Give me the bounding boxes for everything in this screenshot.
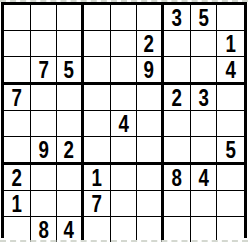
- given-digit: 7: [38, 57, 48, 82]
- given-digit: 1: [92, 165, 102, 190]
- sudoku-board: 35217594723492521841784: [1, 2, 247, 238]
- cell-r6c1[interactable]: [4, 137, 31, 165]
- given-digit: 4: [225, 57, 235, 82]
- cell-r7c9[interactable]: [217, 165, 244, 191]
- cell-r3c6[interactable]: 9: [137, 57, 164, 85]
- given-digit: 5: [64, 57, 74, 82]
- cell-r4c8[interactable]: 3: [191, 85, 218, 111]
- cell-r4c7[interactable]: 2: [164, 85, 191, 111]
- given-digit: 5: [225, 137, 235, 162]
- given-digit: 3: [198, 85, 208, 110]
- cell-r9c1[interactable]: [4, 217, 31, 242]
- cell-r8c9[interactable]: [217, 191, 244, 217]
- given-digit: 2: [144, 31, 154, 56]
- given-digit: 5: [198, 5, 208, 30]
- cell-r5c8[interactable]: [191, 111, 218, 137]
- cell-r7c5[interactable]: [111, 165, 138, 191]
- given-digit: 1: [225, 31, 235, 56]
- cell-r1c1[interactable]: [4, 5, 31, 31]
- cell-r8c5[interactable]: [111, 191, 138, 217]
- given-digit: 3: [172, 5, 182, 30]
- cell-r9c7[interactable]: [164, 217, 191, 242]
- cell-r5c2[interactable]: [31, 111, 58, 137]
- given-digit: 4: [118, 111, 128, 136]
- cell-r9c2[interactable]: 8: [31, 217, 58, 242]
- cell-r1c9[interactable]: [217, 5, 244, 31]
- cell-r1c2[interactable]: [31, 5, 58, 31]
- cell-r8c8[interactable]: [191, 191, 218, 217]
- cell-r9c4[interactable]: [84, 217, 111, 242]
- cell-r7c4[interactable]: 1: [84, 165, 111, 191]
- cell-r3c5[interactable]: [111, 57, 138, 85]
- cell-r8c2[interactable]: [31, 191, 58, 217]
- cell-r7c3[interactable]: [57, 165, 84, 191]
- cell-r6c8[interactable]: [191, 137, 218, 165]
- cell-r9c3[interactable]: 4: [57, 217, 84, 242]
- cell-r7c1[interactable]: 2: [4, 165, 31, 191]
- cell-r3c2[interactable]: 7: [31, 57, 58, 85]
- sudoku-screenshot: 35217594723492521841784: [0, 0, 248, 242]
- cell-r2c5[interactable]: [111, 31, 138, 57]
- cell-r2c9[interactable]: 1: [217, 31, 244, 57]
- cell-r4c4[interactable]: [84, 85, 111, 111]
- given-digit: 8: [38, 217, 48, 242]
- given-digit: 4: [64, 217, 74, 242]
- cell-r8c6[interactable]: [137, 191, 164, 217]
- cell-r4c5[interactable]: [111, 85, 138, 111]
- cell-r5c3[interactable]: [57, 111, 84, 137]
- given-digit: 2: [64, 137, 74, 162]
- cell-r4c6[interactable]: [137, 85, 164, 111]
- cell-r8c4[interactable]: 7: [84, 191, 111, 217]
- cell-r1c8[interactable]: 5: [191, 5, 218, 31]
- given-digit: 9: [144, 57, 154, 82]
- cell-r1c7[interactable]: 3: [164, 5, 191, 31]
- cell-r6c6[interactable]: [137, 137, 164, 165]
- cell-r3c8[interactable]: [191, 57, 218, 85]
- cell-r7c7[interactable]: 8: [164, 165, 191, 191]
- cell-r4c9[interactable]: [217, 85, 244, 111]
- cell-r5c1[interactable]: [4, 111, 31, 137]
- cell-r4c2[interactable]: [31, 85, 58, 111]
- cell-r5c7[interactable]: [164, 111, 191, 137]
- cell-r5c4[interactable]: [84, 111, 111, 137]
- cell-r7c8[interactable]: 4: [191, 165, 218, 191]
- cell-r6c3[interactable]: 2: [57, 137, 84, 165]
- cell-r2c2[interactable]: [31, 31, 58, 57]
- cell-r4c3[interactable]: [57, 85, 84, 111]
- cell-r3c7[interactable]: [164, 57, 191, 85]
- cell-r8c7[interactable]: [164, 191, 191, 217]
- cell-r2c6[interactable]: 2: [137, 31, 164, 57]
- given-digit: 9: [38, 137, 48, 162]
- given-digit: 7: [12, 85, 22, 110]
- given-digit: 8: [172, 165, 182, 190]
- given-digit: 2: [12, 165, 22, 190]
- cell-r2c1[interactable]: [4, 31, 31, 57]
- given-digit: 7: [92, 191, 102, 216]
- cell-r9c8[interactable]: [191, 217, 218, 242]
- cell-r9c6[interactable]: [137, 217, 164, 242]
- cell-r6c5[interactable]: [111, 137, 138, 165]
- cell-r4c1[interactable]: 7: [4, 85, 31, 111]
- cell-r1c3[interactable]: [57, 5, 84, 31]
- cell-r8c3[interactable]: [57, 191, 84, 217]
- cell-r6c7[interactable]: [164, 137, 191, 165]
- cell-r3c9[interactable]: 4: [217, 57, 244, 85]
- cell-r3c1[interactable]: [4, 57, 31, 85]
- cell-r1c6[interactable]: [137, 5, 164, 31]
- cell-r6c4[interactable]: [84, 137, 111, 165]
- cell-r6c9[interactable]: 5: [217, 137, 244, 165]
- cell-r9c9[interactable]: [217, 217, 244, 242]
- cell-r2c8[interactable]: [191, 31, 218, 57]
- given-digit: 1: [12, 191, 22, 216]
- cell-r5c9[interactable]: [217, 111, 244, 137]
- cell-r1c4[interactable]: [84, 5, 111, 31]
- cell-r6c2[interactable]: 9: [31, 137, 58, 165]
- cell-r2c4[interactable]: [84, 31, 111, 57]
- cell-r8c1[interactable]: 1: [4, 191, 31, 217]
- cell-r7c6[interactable]: [137, 165, 164, 191]
- cell-r7c2[interactable]: [31, 165, 58, 191]
- cell-r2c7[interactable]: [164, 31, 191, 57]
- cell-r9c5[interactable]: [111, 217, 138, 242]
- cell-r1c5[interactable]: [111, 5, 138, 31]
- given-digit: 2: [172, 85, 182, 110]
- given-digit: 4: [198, 165, 208, 190]
- cell-r3c3[interactable]: 5: [57, 57, 84, 85]
- cell-r2c3[interactable]: [57, 31, 84, 57]
- cell-r3c4[interactable]: [84, 57, 111, 85]
- cell-r5c6[interactable]: [137, 111, 164, 137]
- cell-r5c5[interactable]: 4: [111, 111, 138, 137]
